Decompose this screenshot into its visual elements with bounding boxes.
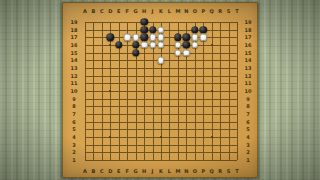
- black-stone-N16[interactable]: [183, 41, 190, 48]
- grid-vertical-line: [203, 22, 204, 160]
- black-stone-N17[interactable]: [183, 34, 190, 41]
- grid-horizontal-line: [85, 106, 237, 107]
- column-label-bottom: E: [117, 169, 120, 174]
- column-label-bottom: T: [235, 169, 238, 174]
- white-stone-G17[interactable]: [132, 34, 139, 41]
- black-stone-P18[interactable]: [200, 26, 207, 33]
- row-label-right: 9: [246, 96, 249, 101]
- row-label-left: 12: [71, 73, 78, 78]
- star-point: [109, 136, 111, 138]
- white-stone-K14[interactable]: [157, 57, 164, 64]
- row-label-right: 10: [245, 89, 252, 94]
- row-label-right: 8: [246, 104, 249, 109]
- row-label-right: 13: [245, 66, 252, 71]
- column-label-bottom: H: [142, 169, 146, 174]
- column-label-top: G: [134, 9, 138, 14]
- column-label-bottom: F: [126, 169, 129, 174]
- row-label-left: 13: [71, 66, 78, 71]
- column-label-bottom: S: [227, 169, 231, 174]
- white-stone-O16[interactable]: [191, 41, 198, 48]
- column-label-bottom: N: [184, 169, 188, 174]
- star-point: [109, 90, 111, 92]
- star-point: [211, 44, 213, 46]
- row-label-left: 4: [72, 135, 75, 140]
- column-label-top: K: [159, 9, 163, 14]
- column-label-top: F: [126, 9, 129, 14]
- black-stone-H17[interactable]: [140, 34, 147, 41]
- row-label-right: 18: [245, 27, 252, 32]
- star-point: [160, 90, 162, 92]
- column-label-bottom: B: [92, 169, 96, 174]
- column-label-bottom: M: [175, 169, 180, 174]
- row-label-left: 3: [72, 142, 75, 147]
- row-label-right: 1: [246, 158, 249, 163]
- white-stone-O17[interactable]: [191, 34, 198, 41]
- black-stone-D17[interactable]: [107, 34, 114, 41]
- column-label-top: T: [235, 9, 238, 14]
- black-stone-J18[interactable]: [149, 26, 156, 33]
- column-label-top: J: [152, 9, 154, 14]
- row-label-right: 5: [246, 127, 249, 132]
- column-label-top: P: [201, 9, 205, 14]
- column-label-bottom: G: [134, 169, 138, 174]
- grid-horizontal-line: [85, 122, 237, 123]
- row-label-left: 11: [71, 81, 78, 86]
- row-label-right: 4: [246, 135, 249, 140]
- column-label-top: R: [218, 9, 222, 14]
- column-label-bottom: O: [193, 169, 197, 174]
- column-label-bottom: Q: [210, 169, 214, 174]
- row-label-right: 11: [245, 81, 252, 86]
- column-label-top: M: [175, 9, 180, 14]
- white-stone-F17[interactable]: [124, 34, 131, 41]
- white-stone-K16[interactable]: [157, 41, 164, 48]
- column-label-top: E: [117, 9, 120, 14]
- black-stone-H18[interactable]: [140, 26, 147, 33]
- white-stone-J16[interactable]: [149, 41, 156, 48]
- white-stone-J17[interactable]: [149, 34, 156, 41]
- row-label-left: 14: [71, 58, 78, 63]
- column-label-top: A: [83, 9, 87, 14]
- column-label-top: S: [227, 9, 231, 14]
- row-label-right: 16: [245, 43, 252, 48]
- grid-horizontal-line: [85, 145, 237, 146]
- column-label-bottom: P: [201, 169, 205, 174]
- column-label-top: H: [142, 9, 146, 14]
- row-label-left: 17: [71, 35, 78, 40]
- row-label-left: 15: [71, 50, 78, 55]
- black-stone-O18[interactable]: [191, 26, 198, 33]
- row-label-right: 2: [246, 150, 249, 155]
- white-stone-N15[interactable]: [183, 49, 190, 56]
- row-label-right: 14: [245, 58, 252, 63]
- black-stone-E16[interactable]: [115, 41, 122, 48]
- row-label-right: 7: [246, 112, 249, 117]
- column-label-bottom: J: [152, 169, 154, 174]
- black-stone-G16[interactable]: [132, 41, 139, 48]
- go-app-background: AABBCCDDEEFFGGHHJJKKLLMMNNOOPPQQRRSSTT19…: [0, 0, 320, 180]
- column-label-top: C: [100, 9, 104, 14]
- star-point: [109, 44, 111, 46]
- row-label-right: 3: [246, 142, 249, 147]
- column-label-top: L: [168, 9, 171, 14]
- black-stone-H19[interactable]: [140, 18, 147, 25]
- column-label-bottom: R: [218, 169, 222, 174]
- white-stone-M15[interactable]: [174, 49, 181, 56]
- column-label-top: N: [184, 9, 188, 14]
- column-label-bottom: K: [159, 169, 163, 174]
- row-label-left: 9: [72, 96, 75, 101]
- row-label-left: 5: [72, 127, 75, 132]
- go-board[interactable]: AABBCCDDEEFFGGHHJJKKLLMMNNOOPPQQRRSSTT19…: [62, 2, 258, 178]
- white-stone-P17[interactable]: [200, 34, 207, 41]
- row-label-left: 8: [72, 104, 75, 109]
- row-label-left: 6: [72, 119, 75, 124]
- grid-horizontal-line: [85, 114, 237, 115]
- grid-horizontal-line: [85, 160, 237, 161]
- row-label-left: 7: [72, 112, 75, 117]
- column-label-top: Q: [210, 9, 214, 14]
- white-stone-K18[interactable]: [157, 26, 164, 33]
- column-label-bottom: L: [168, 169, 171, 174]
- grid-vertical-line: [237, 22, 238, 160]
- column-label-top: D: [108, 9, 112, 14]
- row-label-right: 17: [245, 35, 252, 40]
- row-label-left: 16: [71, 43, 78, 48]
- grid-vertical-line: [169, 22, 170, 160]
- star-point: [160, 136, 162, 138]
- column-label-bottom: D: [108, 169, 112, 174]
- row-label-right: 15: [245, 50, 252, 55]
- star-point: [211, 136, 213, 138]
- column-label-top: B: [92, 9, 96, 14]
- grid-horizontal-line: [85, 129, 237, 130]
- black-stone-G15[interactable]: [132, 49, 139, 56]
- row-label-right: 6: [246, 119, 249, 124]
- white-stone-M16[interactable]: [174, 41, 181, 48]
- column-label-bottom: A: [83, 169, 87, 174]
- grid-horizontal-line: [85, 99, 237, 100]
- row-label-left: 2: [72, 150, 75, 155]
- grid-horizontal-line: [85, 152, 237, 153]
- black-stone-M17[interactable]: [174, 34, 181, 41]
- column-label-top: O: [193, 9, 197, 14]
- row-label-left: 19: [71, 20, 78, 25]
- row-label-right: 12: [245, 73, 252, 78]
- row-label-left: 1: [72, 158, 75, 163]
- white-stone-K17[interactable]: [157, 34, 164, 41]
- row-label-left: 10: [71, 89, 78, 94]
- white-stone-H16[interactable]: [140, 41, 147, 48]
- star-point: [211, 90, 213, 92]
- grid-vertical-line: [229, 22, 230, 160]
- row-label-right: 19: [245, 20, 252, 25]
- column-label-bottom: C: [100, 169, 104, 174]
- row-label-left: 18: [71, 27, 78, 32]
- grid-vertical-line: [220, 22, 221, 160]
